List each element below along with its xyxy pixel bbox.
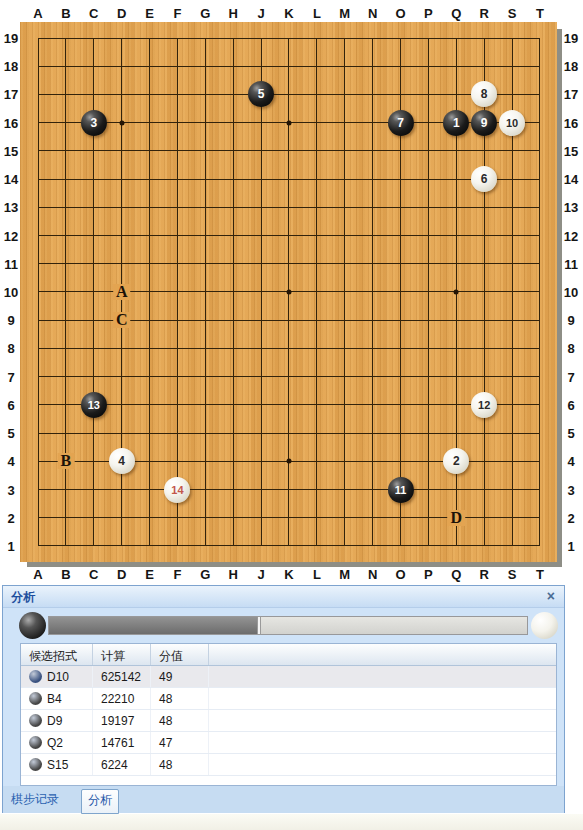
candidate-stone-icon [29,692,42,705]
candidate-visits-cell: 6224 [93,754,151,775]
board-letter-c: C [113,312,131,328]
coord-label-left: 13 [4,200,18,215]
stone-white-f3[interactable]: 14 [164,477,190,503]
coord-label-bottom: F [173,567,181,582]
candidate-row-q2[interactable]: Q21476147 [21,732,556,754]
candidate-visits-cell: 19197 [93,710,151,731]
candidate-visits-cell: 14761 [93,732,151,753]
candidate-stone-icon [29,670,42,683]
board-letter-a: A [113,284,131,300]
coord-label-left: 12 [4,228,18,243]
coord-label-left: 4 [7,454,14,469]
board-letter-d: D [448,510,466,526]
coord-label-top: T [536,6,544,21]
close-icon[interactable]: × [547,588,555,604]
coord-label-bottom: S [508,567,517,582]
white-stone-icon [531,612,558,639]
stone-white-q4[interactable]: 2 [443,448,469,474]
stone-white-r6[interactable]: 12 [471,392,497,418]
coord-label-right: 11 [564,256,578,271]
stone-black-r16[interactable]: 9 [471,110,497,136]
go-app-window: AABBCCDDEEFFGGHHJJKKLLMMNNOOPPQQRRSSTT19… [0,0,583,830]
coord-label-left: 6 [7,397,14,412]
table-body: D1062514249B42221048D91919748Q21476147S1… [21,666,556,786]
candidate-empty-cell [209,754,556,775]
coord-label-left: 10 [4,284,18,299]
coord-label-right: 16 [564,115,578,130]
column-header: 分值 [151,644,209,665]
candidate-empty-cell [209,666,556,687]
column-header: 计算 [93,644,151,665]
candidate-move-label: S15 [47,758,68,772]
analysis-panel-title: 分析 [11,589,35,606]
coord-label-right: 3 [567,482,574,497]
coord-label-left: 17 [4,87,18,102]
analysis-panel-titlebar: 分析 × [3,586,564,608]
coord-label-bottom: P [424,567,433,582]
candidate-row-b4[interactable]: B42221048 [21,688,556,710]
candidate-row-d10[interactable]: D1062514249 [21,666,556,688]
coord-label-top: C [89,6,98,21]
coord-label-left: 1 [7,538,14,553]
star-point [286,289,291,294]
coord-label-top: M [339,6,350,21]
stone-white-s16[interactable]: 10 [499,110,525,136]
coord-label-left: 2 [7,510,14,525]
grid-line [428,38,429,547]
candidate-visits-cell: 22210 [93,688,151,709]
candidate-score-cell: 49 [151,666,209,687]
coord-label-bottom: K [284,567,293,582]
coord-label-top: O [395,6,405,21]
coord-label-top: K [284,6,293,21]
grid-line [344,38,345,547]
analysis-panel: 分析 × 候选招式计算分值 D1062514249B42221048D91919… [2,585,565,813]
coord-label-bottom: N [368,567,377,582]
grid-line [539,38,540,547]
coord-label-top: D [117,6,126,21]
candidate-move-label: D9 [47,714,62,728]
coord-label-bottom: R [480,567,489,582]
candidate-empty-cell [209,710,556,731]
coord-label-bottom: E [145,567,154,582]
winrate-bar [48,616,528,635]
coord-label-top: P [424,6,433,21]
coord-label-right: 6 [567,397,574,412]
coord-label-top: L [313,6,321,21]
coord-label-bottom: L [313,567,321,582]
star-point [454,289,459,294]
panel-tabs-row: 棋步记录分析 [3,786,564,813]
star-point [286,120,291,125]
stone-black-o16[interactable]: 7 [388,110,414,136]
grid-line [372,38,373,547]
candidate-move-cell: D9 [21,710,93,731]
coord-label-top: G [200,6,210,21]
coord-label-bottom: C [89,567,98,582]
coord-label-left: 9 [7,313,14,328]
candidate-move-label: B4 [47,692,62,706]
coord-label-right: 10 [564,284,578,299]
coord-label-left: 19 [4,31,18,46]
coord-label-right: 9 [567,313,574,328]
stone-white-d4[interactable]: 4 [109,448,135,474]
coord-label-right: 12 [564,228,578,243]
coord-label-left: 11 [4,256,18,271]
candidate-move-cell: B4 [21,688,93,709]
coord-label-left: 8 [7,341,14,356]
grid-line [38,545,541,546]
candidate-stone-icon [29,758,42,771]
coord-label-left: 3 [7,482,14,497]
coord-label-left: 5 [7,426,14,441]
candidate-move-cell: Q2 [21,732,93,753]
coord-label-left: 15 [4,143,18,158]
coord-label-right: 2 [567,510,574,525]
candidate-moves-table: 候选招式计算分值 D1062514249B42221048D91919748Q2… [20,643,557,786]
coord-label-top: S [508,6,517,21]
stone-white-r17[interactable]: 8 [471,81,497,107]
grid-line [38,433,541,434]
winrate-black-fill [49,617,259,634]
candidate-score-cell: 48 [151,754,209,775]
coord-label-top: R [480,6,489,21]
star-point [286,459,291,464]
stone-white-r14[interactable]: 6 [471,166,497,192]
stone-black-j17[interactable]: 5 [248,81,274,107]
candidate-move-label: Q2 [47,736,63,750]
coord-label-top: E [145,6,154,21]
coord-label-left: 16 [4,115,18,130]
column-header: 候选招式 [21,644,93,665]
candidate-empty-cell [209,732,556,753]
coord-label-left: 7 [7,369,14,384]
candidate-score-cell: 48 [151,688,209,709]
coord-label-top: H [229,6,238,21]
stone-black-c6[interactable]: 13 [81,392,107,418]
status-strip [0,814,583,830]
candidate-stone-icon [29,736,42,749]
column-header-empty [209,644,556,665]
black-stone-icon [19,612,46,639]
coord-label-bottom: A [33,567,42,582]
coord-label-right: 17 [564,87,578,102]
candidate-move-cell: D10 [21,666,93,687]
coord-label-bottom: Q [451,567,461,582]
stone-black-c16[interactable]: 3 [81,110,107,136]
stone-black-o3[interactable]: 11 [388,477,414,503]
coord-label-right: 15 [564,143,578,158]
board-letter-b: B [58,453,75,469]
coord-label-top: A [33,6,42,21]
coord-label-right: 8 [567,341,574,356]
candidate-stone-icon [29,714,42,727]
coord-label-right: 4 [567,454,574,469]
coord-label-left: 18 [4,59,18,74]
coord-label-left: 14 [4,172,18,187]
coord-label-bottom: J [257,567,264,582]
grid-line [316,38,317,547]
star-point [119,120,124,125]
candidate-row-d9[interactable]: D91919748 [21,710,556,732]
grid-line [38,348,541,349]
candidate-move-label: D10 [47,670,69,684]
winrate-divider-handle[interactable] [257,616,261,635]
candidate-move-cell: S15 [21,754,93,775]
go-board[interactable]: AABBCCDDEEFFGGHHJJKKLLMMNNOOPPQQRRSSTT19… [0,0,583,585]
coord-label-bottom: G [200,567,210,582]
coord-label-right: 5 [567,426,574,441]
candidate-row-s15[interactable]: S15622448 [21,754,556,776]
table-header-row: 候选招式计算分值 [21,644,556,666]
candidate-empty-cell [209,688,556,709]
coord-label-right: 7 [567,369,574,384]
coord-label-right: 14 [564,172,578,187]
coord-label-bottom: B [61,567,70,582]
coord-label-bottom: D [117,567,126,582]
coord-label-top: N [368,6,377,21]
coord-label-top: F [173,6,181,21]
coord-label-right: 18 [564,59,578,74]
candidate-score-cell: 48 [151,710,209,731]
candidate-score-cell: 47 [151,732,209,753]
coord-label-bottom: T [536,567,544,582]
coord-label-bottom: H [229,567,238,582]
empty-row [21,776,556,786]
coord-label-right: 19 [564,31,578,46]
coord-label-top: J [257,6,264,21]
grid-line [38,376,541,377]
tab-analysis[interactable]: 分析 [81,789,119,814]
tab-move-record[interactable]: 棋步记录 [11,791,59,808]
stone-black-q16[interactable]: 1 [443,110,469,136]
winrate-row [3,608,564,643]
candidate-visits-cell: 625142 [93,666,151,687]
coord-label-top: B [61,6,70,21]
coord-label-bottom: M [339,567,350,582]
coord-label-right: 13 [564,200,578,215]
grid-line [38,404,541,405]
coord-label-bottom: O [395,567,405,582]
coord-label-right: 1 [567,538,574,553]
grid-line [38,489,541,490]
coord-label-top: Q [451,6,461,21]
